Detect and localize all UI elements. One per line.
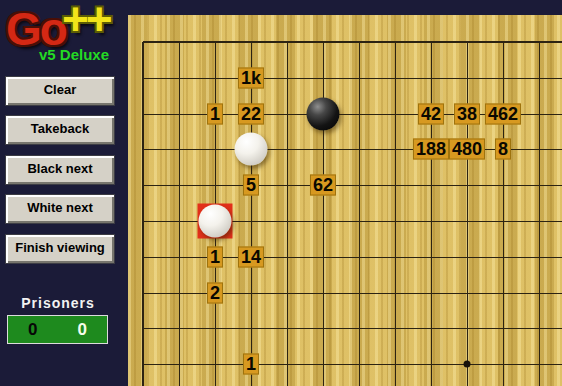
prisoners-label: Prisoners — [0, 295, 116, 311]
grid-line-horizontal — [143, 185, 562, 186]
go-board[interactable]: 1k1224238462188480856211421 — [128, 15, 562, 386]
grid-line-horizontal — [143, 293, 562, 294]
move-annotation: 5 — [243, 175, 259, 196]
sidebar: Go ++ v5 Deluxe ClearTakebackBlack nextW… — [0, 0, 128, 386]
grid-line-horizontal — [143, 257, 562, 258]
move-annotation: 1 — [207, 246, 223, 267]
black-next-button[interactable]: Black next — [6, 156, 114, 184]
move-annotation: 1k — [238, 67, 264, 88]
grid-line-horizontal — [143, 364, 562, 365]
grid-line-vertical — [287, 42, 288, 386]
grid-line-vertical — [359, 42, 360, 386]
grid-line-vertical — [467, 42, 468, 386]
move-annotation: 8 — [495, 139, 511, 160]
takeback-button[interactable]: Takeback — [6, 116, 114, 144]
logo-version: v5 Deluxe — [39, 46, 109, 63]
move-annotation: 38 — [454, 103, 480, 124]
black-stone — [307, 97, 340, 130]
move-annotation: 14 — [238, 246, 264, 267]
grid-line-vertical — [395, 42, 396, 386]
app-window: Go ++ v5 Deluxe ClearTakebackBlack nextW… — [0, 0, 562, 386]
grid-line-horizontal — [143, 328, 562, 329]
white-prisoners-count: 0 — [58, 320, 108, 340]
app-logo: Go ++ v5 Deluxe — [0, 0, 128, 70]
move-annotation: 480 — [449, 139, 485, 160]
white-stone — [235, 133, 268, 166]
finish-viewing-button[interactable]: Finish viewing — [6, 235, 114, 263]
clear-button[interactable]: Clear — [6, 77, 114, 105]
black-prisoners-count: 0 — [8, 320, 58, 340]
grid-line-vertical — [251, 42, 252, 386]
grid-line-horizontal — [143, 78, 562, 79]
grid-line-vertical — [179, 42, 180, 386]
logo-plus-icon: ++ — [62, 0, 110, 46]
move-annotation: 188 — [413, 139, 449, 160]
prisoners-counter: 0 0 — [7, 315, 108, 344]
grid-line-vertical — [503, 42, 504, 386]
grid-line-vertical — [431, 42, 432, 386]
move-annotation: 22 — [238, 103, 264, 124]
move-annotation: 1 — [243, 354, 259, 375]
grid-line-vertical — [539, 42, 540, 386]
move-annotation: 1 — [207, 103, 223, 124]
move-annotation: 462 — [485, 103, 521, 124]
white-next-button[interactable]: White next — [6, 195, 114, 223]
grid-line-vertical — [142, 42, 144, 386]
grid-line-horizontal — [143, 41, 562, 43]
star-point — [464, 361, 471, 368]
white-stone — [199, 205, 232, 238]
grid-line-vertical — [323, 42, 324, 386]
move-annotation: 2 — [207, 282, 223, 303]
move-annotation: 62 — [310, 175, 336, 196]
move-annotation: 42 — [418, 103, 444, 124]
